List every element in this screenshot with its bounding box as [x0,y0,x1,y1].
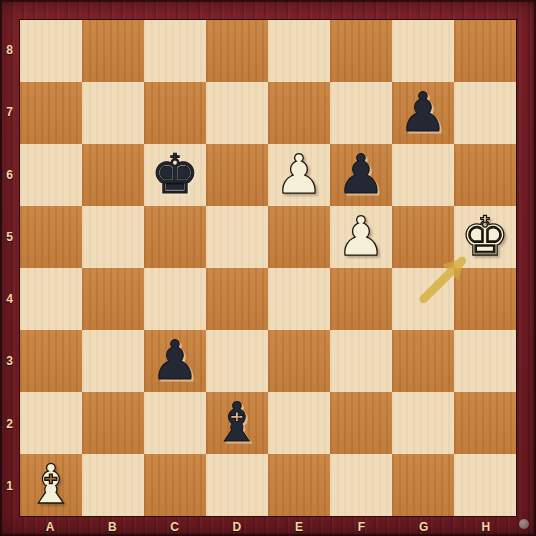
rank-labels: 87654321 [0,19,19,517]
square-f5[interactable]: ♟ [330,206,392,268]
square-d2[interactable]: ♝ [206,392,268,454]
square-f7[interactable] [330,82,392,144]
square-g1[interactable] [392,454,454,516]
square-b1[interactable] [82,454,144,516]
square-h8[interactable] [454,20,516,82]
square-a4[interactable] [20,268,82,330]
square-b2[interactable] [82,392,144,454]
square-f2[interactable] [330,392,392,454]
square-h1[interactable] [454,454,516,516]
square-f8[interactable] [330,20,392,82]
square-c1[interactable] [144,454,206,516]
square-g5[interactable] [392,206,454,268]
square-b8[interactable] [82,20,144,82]
square-a3[interactable] [20,330,82,392]
file-labels: ABCDEFGH [19,517,517,536]
piece-black-bishop[interactable]: ♝ [213,392,261,454]
square-d4[interactable] [206,268,268,330]
piece-white-bishop[interactable]: ♝ [27,454,75,516]
square-e1[interactable] [268,454,330,516]
piece-black-pawn[interactable]: ♟ [399,82,447,144]
file-label-d: D [206,517,268,536]
square-g7[interactable]: ♟ [392,82,454,144]
rank-label-4: 4 [0,268,19,330]
rank-label-3: 3 [0,330,19,392]
square-d3[interactable] [206,330,268,392]
square-e6[interactable]: ♟ [268,144,330,206]
rank-label-5: 5 [0,206,19,268]
square-f3[interactable] [330,330,392,392]
square-d8[interactable] [206,20,268,82]
square-e7[interactable] [268,82,330,144]
square-a8[interactable] [20,20,82,82]
file-label-e: E [268,517,330,536]
square-e5[interactable] [268,206,330,268]
piece-black-pawn[interactable]: ♟ [151,330,199,392]
square-c6[interactable]: ♚ [144,144,206,206]
file-label-c: C [144,517,206,536]
square-c5[interactable] [144,206,206,268]
square-a6[interactable] [20,144,82,206]
piece-white-pawn[interactable]: ♟ [275,144,323,206]
square-e3[interactable] [268,330,330,392]
square-g2[interactable] [392,392,454,454]
square-d5[interactable] [206,206,268,268]
piece-white-king[interactable]: ♚ [461,206,509,268]
square-g4[interactable] [392,268,454,330]
square-g3[interactable] [392,330,454,392]
square-a2[interactable] [20,392,82,454]
square-b7[interactable] [82,82,144,144]
rank-label-6: 6 [0,144,19,206]
file-label-f: F [330,517,392,536]
rank-label-8: 8 [0,19,19,81]
square-g8[interactable] [392,20,454,82]
square-b3[interactable] [82,330,144,392]
square-h2[interactable] [454,392,516,454]
square-b6[interactable] [82,144,144,206]
square-c7[interactable] [144,82,206,144]
piece-white-pawn[interactable]: ♟ [337,206,385,268]
rank-label-2: 2 [0,393,19,455]
square-e2[interactable] [268,392,330,454]
square-f6[interactable]: ♟ [330,144,392,206]
square-d6[interactable] [206,144,268,206]
chess-board[interactable]: ♟♚♟♟♟♚♟♝♝ [19,19,517,517]
square-b5[interactable] [82,206,144,268]
square-a1[interactable]: ♝ [20,454,82,516]
square-b4[interactable] [82,268,144,330]
square-h6[interactable] [454,144,516,206]
square-h4[interactable] [454,268,516,330]
piece-black-king[interactable]: ♚ [151,144,199,206]
file-label-h: H [455,517,517,536]
square-c4[interactable] [144,268,206,330]
square-e4[interactable] [268,268,330,330]
square-c2[interactable] [144,392,206,454]
square-f1[interactable] [330,454,392,516]
corner-dot [519,519,529,529]
square-d1[interactable] [206,454,268,516]
square-c8[interactable] [144,20,206,82]
square-d7[interactable] [206,82,268,144]
square-f4[interactable] [330,268,392,330]
file-label-a: A [19,517,81,536]
square-h7[interactable] [454,82,516,144]
square-g6[interactable] [392,144,454,206]
square-c3[interactable]: ♟ [144,330,206,392]
file-label-g: G [393,517,455,536]
square-a7[interactable] [20,82,82,144]
square-a5[interactable] [20,206,82,268]
square-h5[interactable]: ♚ [454,206,516,268]
piece-black-pawn[interactable]: ♟ [337,144,385,206]
square-h3[interactable] [454,330,516,392]
rank-label-7: 7 [0,81,19,143]
file-label-b: B [81,517,143,536]
chess-diagram-frame: ♟♚♟♟♟♚♟♝♝ 87654321 ABCDEFGH [0,0,536,536]
square-e8[interactable] [268,20,330,82]
rank-label-1: 1 [0,455,19,517]
